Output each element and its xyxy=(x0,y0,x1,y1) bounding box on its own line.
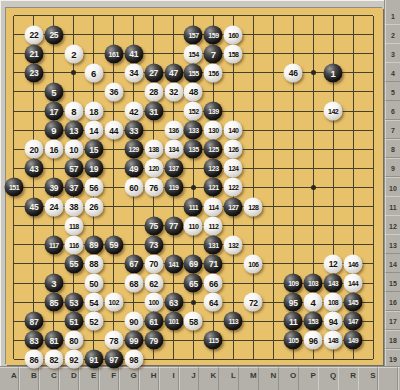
intersection-S12[interactable] xyxy=(363,216,383,235)
intersection-L5[interactable] xyxy=(223,82,243,101)
intersection-H17[interactable]: 61 xyxy=(144,312,164,331)
intersection-A4[interactable] xyxy=(4,63,24,82)
intersection-O14[interactable] xyxy=(283,254,303,273)
intersection-Q7[interactable] xyxy=(323,121,343,140)
intersection-P8[interactable] xyxy=(303,140,323,159)
intersection-P3[interactable] xyxy=(303,44,323,63)
intersection-F4[interactable] xyxy=(104,63,124,82)
intersection-J9[interactable] xyxy=(184,159,204,178)
intersection-P7[interactable] xyxy=(303,121,323,140)
intersection-S4[interactable] xyxy=(363,63,383,82)
intersection-C11[interactable]: 24 xyxy=(44,197,64,216)
intersection-G10[interactable]: 60 xyxy=(124,178,144,197)
intersection-C15[interactable]: 3 xyxy=(44,273,64,292)
intersection-M10[interactable] xyxy=(243,178,263,197)
intersection-B9[interactable]: 43 xyxy=(24,159,44,178)
intersection-I17[interactable]: 101 xyxy=(164,312,184,331)
intersection-R11[interactable] xyxy=(343,197,363,216)
intersection-B4[interactable]: 23 xyxy=(24,63,44,82)
intersection-A13[interactable] xyxy=(4,235,24,254)
intersection-S17[interactable] xyxy=(363,312,383,331)
intersection-R5[interactable] xyxy=(343,82,363,101)
intersection-G18[interactable]: 99 xyxy=(124,331,144,350)
intersection-K12[interactable]: 112 xyxy=(203,216,223,235)
intersection-H3[interactable] xyxy=(144,44,164,63)
intersection-B19[interactable]: 86 xyxy=(24,350,44,369)
intersection-S1[interactable] xyxy=(363,6,383,25)
intersection-Q12[interactable] xyxy=(323,216,343,235)
intersection-B13[interactable] xyxy=(24,235,44,254)
intersection-B11[interactable]: 45 xyxy=(24,197,44,216)
intersection-F1[interactable] xyxy=(104,6,124,25)
intersection-E14[interactable]: 88 xyxy=(84,254,104,273)
intersection-N3[interactable] xyxy=(263,44,283,63)
intersection-O1[interactable] xyxy=(283,6,303,25)
intersection-F9[interactable] xyxy=(104,159,124,178)
intersection-L12[interactable] xyxy=(223,216,243,235)
intersection-N11[interactable] xyxy=(263,197,283,216)
intersection-D15[interactable] xyxy=(64,273,84,292)
intersection-K9[interactable]: 123 xyxy=(203,159,223,178)
intersection-A9[interactable] xyxy=(4,159,24,178)
intersection-M7[interactable] xyxy=(243,121,263,140)
intersection-I3[interactable] xyxy=(164,44,184,63)
intersection-J8[interactable]: 135 xyxy=(184,140,204,159)
intersection-B16[interactable] xyxy=(24,293,44,312)
intersection-P19[interactable] xyxy=(303,350,323,369)
intersection-M6[interactable] xyxy=(243,102,263,121)
intersection-H16[interactable]: 100 xyxy=(144,293,164,312)
intersection-M12[interactable] xyxy=(243,216,263,235)
intersection-I11[interactable] xyxy=(164,197,184,216)
intersection-G1[interactable] xyxy=(124,6,144,25)
intersection-D12[interactable]: 118 xyxy=(64,216,84,235)
intersection-O4[interactable]: 46 xyxy=(283,63,303,82)
intersection-M2[interactable] xyxy=(243,25,263,44)
intersection-O15[interactable]: 109 xyxy=(283,273,303,292)
intersection-L6[interactable] xyxy=(223,102,243,121)
intersection-R2[interactable] xyxy=(343,25,363,44)
intersection-H13[interactable]: 73 xyxy=(144,235,164,254)
intersection-J1[interactable] xyxy=(184,6,204,25)
intersection-I12[interactable]: 77 xyxy=(164,216,184,235)
intersection-L13[interactable]: 132 xyxy=(223,235,243,254)
intersection-H7[interactable] xyxy=(144,121,164,140)
intersection-G4[interactable]: 34 xyxy=(124,63,144,82)
intersection-P5[interactable] xyxy=(303,82,323,101)
intersection-L14[interactable] xyxy=(223,254,243,273)
intersection-M17[interactable] xyxy=(243,312,263,331)
intersection-F12[interactable] xyxy=(104,216,124,235)
intersection-P15[interactable]: 103 xyxy=(303,273,323,292)
intersection-B5[interactable] xyxy=(24,82,44,101)
intersection-Q5[interactable] xyxy=(323,82,343,101)
intersection-P9[interactable] xyxy=(303,159,323,178)
intersection-E18[interactable] xyxy=(84,331,104,350)
intersection-N16[interactable] xyxy=(263,293,283,312)
intersection-Q11[interactable] xyxy=(323,197,343,216)
intersection-A3[interactable] xyxy=(4,44,24,63)
intersection-P10[interactable] xyxy=(303,178,323,197)
intersection-D13[interactable]: 116 xyxy=(64,235,84,254)
intersection-E6[interactable]: 18 xyxy=(84,102,104,121)
intersection-H4[interactable]: 27 xyxy=(144,63,164,82)
intersection-H18[interactable]: 79 xyxy=(144,331,164,350)
intersection-K2[interactable]: 159 xyxy=(203,25,223,44)
intersection-Q6[interactable]: 142 xyxy=(323,102,343,121)
intersection-O5[interactable] xyxy=(283,82,303,101)
intersection-J6[interactable]: 152 xyxy=(184,102,204,121)
intersection-F3[interactable]: 161 xyxy=(104,44,124,63)
intersection-O16[interactable]: 95 xyxy=(283,293,303,312)
intersection-I1[interactable] xyxy=(164,6,184,25)
intersection-L1[interactable] xyxy=(223,6,243,25)
intersection-S16[interactable] xyxy=(363,293,383,312)
intersection-G12[interactable] xyxy=(124,216,144,235)
intersection-G15[interactable]: 68 xyxy=(124,273,144,292)
intersection-F13[interactable]: 59 xyxy=(104,235,124,254)
intersection-Q4[interactable]: 1 xyxy=(323,63,343,82)
intersection-L4[interactable] xyxy=(223,63,243,82)
intersection-R6[interactable] xyxy=(343,102,363,121)
intersection-C16[interactable]: 85 xyxy=(44,293,64,312)
intersection-N13[interactable] xyxy=(263,235,283,254)
intersection-M3[interactable] xyxy=(243,44,263,63)
intersection-L9[interactable]: 124 xyxy=(223,159,243,178)
intersection-I4[interactable]: 47 xyxy=(164,63,184,82)
intersection-Q18[interactable]: 148 xyxy=(323,331,343,350)
intersection-Q16[interactable]: 108 xyxy=(323,293,343,312)
intersection-E13[interactable]: 89 xyxy=(84,235,104,254)
intersection-F10[interactable] xyxy=(104,178,124,197)
intersection-D19[interactable]: 92 xyxy=(64,350,84,369)
intersection-N5[interactable] xyxy=(263,82,283,101)
intersection-N14[interactable] xyxy=(263,254,283,273)
intersection-M1[interactable] xyxy=(243,6,263,25)
intersection-Q9[interactable] xyxy=(323,159,343,178)
intersection-P11[interactable] xyxy=(303,197,323,216)
intersection-P2[interactable] xyxy=(303,25,323,44)
intersection-R9[interactable] xyxy=(343,159,363,178)
intersection-G6[interactable]: 42 xyxy=(124,102,144,121)
intersection-F8[interactable] xyxy=(104,140,124,159)
intersection-D4[interactable] xyxy=(64,63,84,82)
intersection-L3[interactable]: 158 xyxy=(223,44,243,63)
intersection-J17[interactable]: 58 xyxy=(184,312,204,331)
intersection-L19[interactable] xyxy=(223,350,243,369)
intersection-M5[interactable] xyxy=(243,82,263,101)
intersection-S8[interactable] xyxy=(363,140,383,159)
intersection-M18[interactable] xyxy=(243,331,263,350)
intersection-R12[interactable] xyxy=(343,216,363,235)
intersection-G9[interactable]: 49 xyxy=(124,159,144,178)
intersection-J2[interactable]: 157 xyxy=(184,25,204,44)
intersection-H6[interactable]: 31 xyxy=(144,102,164,121)
intersection-I18[interactable] xyxy=(164,331,184,350)
intersection-H10[interactable]: 76 xyxy=(144,178,164,197)
intersection-E8[interactable]: 15 xyxy=(84,140,104,159)
intersection-R14[interactable]: 146 xyxy=(343,254,363,273)
intersection-L15[interactable] xyxy=(223,273,243,292)
intersection-B7[interactable] xyxy=(24,121,44,140)
intersection-O3[interactable] xyxy=(283,44,303,63)
intersection-S2[interactable] xyxy=(363,25,383,44)
intersection-M11[interactable]: 128 xyxy=(243,197,263,216)
intersection-S5[interactable] xyxy=(363,82,383,101)
intersection-E15[interactable]: 50 xyxy=(84,273,104,292)
intersection-K8[interactable]: 125 xyxy=(203,140,223,159)
intersection-B15[interactable] xyxy=(24,273,44,292)
intersection-K4[interactable]: 156 xyxy=(203,63,223,82)
intersection-S3[interactable] xyxy=(363,44,383,63)
intersection-I16[interactable]: 63 xyxy=(164,293,184,312)
intersection-G7[interactable]: 33 xyxy=(124,121,144,140)
intersection-B1[interactable] xyxy=(24,6,44,25)
intersection-G13[interactable] xyxy=(124,235,144,254)
intersection-N10[interactable] xyxy=(263,178,283,197)
intersection-I19[interactable] xyxy=(164,350,184,369)
intersection-L16[interactable] xyxy=(223,293,243,312)
intersection-P17[interactable]: 153 xyxy=(303,312,323,331)
intersection-C5[interactable]: 5 xyxy=(44,82,64,101)
intersection-A16[interactable] xyxy=(4,293,24,312)
intersection-E12[interactable] xyxy=(84,216,104,235)
intersection-B10[interactable] xyxy=(24,178,44,197)
intersection-G17[interactable]: 90 xyxy=(124,312,144,331)
intersection-I2[interactable] xyxy=(164,25,184,44)
intersection-K6[interactable]: 139 xyxy=(203,102,223,121)
intersection-F17[interactable] xyxy=(104,312,124,331)
intersection-A1[interactable] xyxy=(4,6,24,25)
intersection-J4[interactable]: 155 xyxy=(184,63,204,82)
intersection-M13[interactable] xyxy=(243,235,263,254)
intersection-F18[interactable]: 78 xyxy=(104,331,124,350)
intersection-E3[interactable] xyxy=(84,44,104,63)
intersection-B6[interactable] xyxy=(24,102,44,121)
intersection-M19[interactable] xyxy=(243,350,263,369)
intersection-I10[interactable]: 119 xyxy=(164,178,184,197)
intersection-N4[interactable] xyxy=(263,63,283,82)
intersection-A11[interactable] xyxy=(4,197,24,216)
intersection-R15[interactable]: 144 xyxy=(343,273,363,292)
intersection-K17[interactable] xyxy=(203,312,223,331)
intersection-L7[interactable]: 140 xyxy=(223,121,243,140)
intersection-F14[interactable] xyxy=(104,254,124,273)
intersection-N12[interactable] xyxy=(263,216,283,235)
intersection-C14[interactable] xyxy=(44,254,64,273)
intersection-J10[interactable] xyxy=(184,178,204,197)
intersection-I8[interactable]: 134 xyxy=(164,140,184,159)
intersection-L2[interactable]: 160 xyxy=(223,25,243,44)
intersection-I14[interactable]: 141 xyxy=(164,254,184,273)
intersection-A14[interactable] xyxy=(4,254,24,273)
intersection-C19[interactable]: 82 xyxy=(44,350,64,369)
intersection-G14[interactable]: 67 xyxy=(124,254,144,273)
intersection-M16[interactable]: 72 xyxy=(243,293,263,312)
intersection-I6[interactable] xyxy=(164,102,184,121)
intersection-O6[interactable] xyxy=(283,102,303,121)
intersection-D3[interactable]: 2 xyxy=(64,44,84,63)
intersection-G2[interactable] xyxy=(124,25,144,44)
intersection-J3[interactable]: 154 xyxy=(184,44,204,63)
intersection-Q10[interactable] xyxy=(323,178,343,197)
intersection-K18[interactable]: 115 xyxy=(203,331,223,350)
intersection-G19[interactable]: 98 xyxy=(124,350,144,369)
intersection-I13[interactable] xyxy=(164,235,184,254)
intersection-S11[interactable] xyxy=(363,197,383,216)
intersection-K14[interactable]: 71 xyxy=(203,254,223,273)
intersection-O8[interactable] xyxy=(283,140,303,159)
intersection-Q8[interactable] xyxy=(323,140,343,159)
intersection-A19[interactable] xyxy=(4,350,24,369)
intersection-O13[interactable] xyxy=(283,235,303,254)
intersection-Q13[interactable] xyxy=(323,235,343,254)
intersection-I5[interactable]: 32 xyxy=(164,82,184,101)
intersection-E7[interactable]: 14 xyxy=(84,121,104,140)
intersection-K10[interactable]: 121 xyxy=(203,178,223,197)
intersection-R19[interactable] xyxy=(343,350,363,369)
intersection-E9[interactable]: 19 xyxy=(84,159,104,178)
intersection-R16[interactable]: 145 xyxy=(343,293,363,312)
intersection-C3[interactable] xyxy=(44,44,64,63)
intersection-M9[interactable] xyxy=(243,159,263,178)
intersection-N18[interactable] xyxy=(263,331,283,350)
intersection-N17[interactable] xyxy=(263,312,283,331)
intersection-C12[interactable] xyxy=(44,216,64,235)
intersection-F5[interactable]: 36 xyxy=(104,82,124,101)
intersection-A12[interactable] xyxy=(4,216,24,235)
intersection-C9[interactable] xyxy=(44,159,64,178)
intersection-H2[interactable] xyxy=(144,25,164,44)
intersection-P1[interactable] xyxy=(303,6,323,25)
intersection-D9[interactable]: 57 xyxy=(64,159,84,178)
intersection-D7[interactable]: 13 xyxy=(64,121,84,140)
intersection-G11[interactable] xyxy=(124,197,144,216)
intersection-S13[interactable] xyxy=(363,235,383,254)
intersection-F7[interactable]: 44 xyxy=(104,121,124,140)
intersection-M4[interactable] xyxy=(243,63,263,82)
intersection-R13[interactable] xyxy=(343,235,363,254)
intersection-S7[interactable] xyxy=(363,121,383,140)
intersection-K1[interactable] xyxy=(203,6,223,25)
intersection-A10[interactable]: 151 xyxy=(4,178,24,197)
intersection-O12[interactable] xyxy=(283,216,303,235)
intersection-N15[interactable] xyxy=(263,273,283,292)
intersection-H14[interactable]: 70 xyxy=(144,254,164,273)
intersection-E2[interactable] xyxy=(84,25,104,44)
intersection-R7[interactable] xyxy=(343,121,363,140)
intersection-K15[interactable]: 66 xyxy=(203,273,223,292)
intersection-B3[interactable]: 21 xyxy=(24,44,44,63)
intersection-N1[interactable] xyxy=(263,6,283,25)
intersection-R8[interactable] xyxy=(343,140,363,159)
intersection-N9[interactable] xyxy=(263,159,283,178)
intersection-C10[interactable]: 39 xyxy=(44,178,64,197)
intersection-O10[interactable] xyxy=(283,178,303,197)
intersection-C13[interactable]: 117 xyxy=(44,235,64,254)
intersection-D10[interactable]: 37 xyxy=(64,178,84,197)
intersection-M14[interactable]: 106 xyxy=(243,254,263,273)
intersection-A6[interactable] xyxy=(4,102,24,121)
intersection-F11[interactable] xyxy=(104,197,124,216)
intersection-Q17[interactable]: 94 xyxy=(323,312,343,331)
intersection-O2[interactable] xyxy=(283,25,303,44)
intersection-A7[interactable] xyxy=(4,121,24,140)
intersection-D6[interactable]: 8 xyxy=(64,102,84,121)
intersection-N19[interactable] xyxy=(263,350,283,369)
intersection-A8[interactable] xyxy=(4,140,24,159)
intersection-H15[interactable]: 62 xyxy=(144,273,164,292)
intersection-P14[interactable] xyxy=(303,254,323,273)
intersection-D2[interactable] xyxy=(64,25,84,44)
intersection-D1[interactable] xyxy=(64,6,84,25)
intersection-Q14[interactable]: 12 xyxy=(323,254,343,273)
intersection-A17[interactable] xyxy=(4,312,24,331)
intersection-J16[interactable] xyxy=(184,293,204,312)
intersection-H5[interactable]: 28 xyxy=(144,82,164,101)
intersection-O19[interactable] xyxy=(283,350,303,369)
intersection-P13[interactable] xyxy=(303,235,323,254)
intersection-M8[interactable] xyxy=(243,140,263,159)
intersection-B8[interactable]: 20 xyxy=(24,140,44,159)
intersection-L8[interactable]: 126 xyxy=(223,140,243,159)
intersection-J15[interactable]: 65 xyxy=(184,273,204,292)
intersection-O18[interactable]: 105 xyxy=(283,331,303,350)
intersection-A18[interactable] xyxy=(4,331,24,350)
intersection-G3[interactable]: 41 xyxy=(124,44,144,63)
intersection-D17[interactable]: 51 xyxy=(64,312,84,331)
intersection-J18[interactable] xyxy=(184,331,204,350)
intersection-L11[interactable]: 127 xyxy=(223,197,243,216)
intersection-H1[interactable] xyxy=(144,6,164,25)
intersection-D14[interactable]: 55 xyxy=(64,254,84,273)
intersection-B2[interactable]: 22 xyxy=(24,25,44,44)
intersection-K13[interactable]: 131 xyxy=(203,235,223,254)
intersection-M15[interactable] xyxy=(243,273,263,292)
intersection-F16[interactable]: 102 xyxy=(104,293,124,312)
intersection-E16[interactable]: 54 xyxy=(84,293,104,312)
intersection-N8[interactable] xyxy=(263,140,283,159)
intersection-B17[interactable]: 87 xyxy=(24,312,44,331)
intersection-D18[interactable]: 80 xyxy=(64,331,84,350)
intersection-S9[interactable] xyxy=(363,159,383,178)
intersection-N6[interactable] xyxy=(263,102,283,121)
intersection-J19[interactable] xyxy=(184,350,204,369)
intersection-D8[interactable]: 10 xyxy=(64,140,84,159)
intersection-C4[interactable] xyxy=(44,63,64,82)
intersection-E11[interactable]: 26 xyxy=(84,197,104,216)
intersection-C18[interactable]: 81 xyxy=(44,331,64,350)
intersection-J7[interactable]: 133 xyxy=(184,121,204,140)
intersection-P18[interactable]: 96 xyxy=(303,331,323,350)
intersection-G5[interactable] xyxy=(124,82,144,101)
intersection-Q3[interactable] xyxy=(323,44,343,63)
intersection-B18[interactable]: 83 xyxy=(24,331,44,350)
intersection-R17[interactable]: 147 xyxy=(343,312,363,331)
intersection-C6[interactable]: 17 xyxy=(44,102,64,121)
intersection-O11[interactable] xyxy=(283,197,303,216)
intersection-E19[interactable]: 91 xyxy=(84,350,104,369)
intersection-D11[interactable]: 38 xyxy=(64,197,84,216)
intersection-N7[interactable] xyxy=(263,121,283,140)
intersection-D5[interactable] xyxy=(64,82,84,101)
intersection-I9[interactable]: 137 xyxy=(164,159,184,178)
intersection-S18[interactable] xyxy=(363,331,383,350)
intersection-J14[interactable]: 69 xyxy=(184,254,204,273)
intersection-O9[interactable] xyxy=(283,159,303,178)
intersection-K3[interactable]: 7 xyxy=(203,44,223,63)
intersection-J13[interactable] xyxy=(184,235,204,254)
